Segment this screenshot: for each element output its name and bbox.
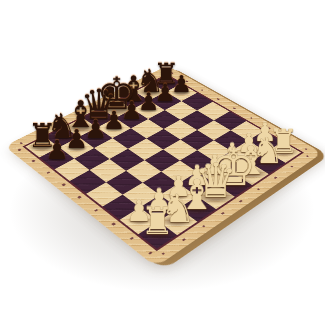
product-scene: ♜♞♝♛♚♝♞♜♟♟♟♟♟♟♟♟♟♟♟♟♟♟♟♟♜♞♝♛♚♝♞♜ xyxy=(0,0,325,325)
